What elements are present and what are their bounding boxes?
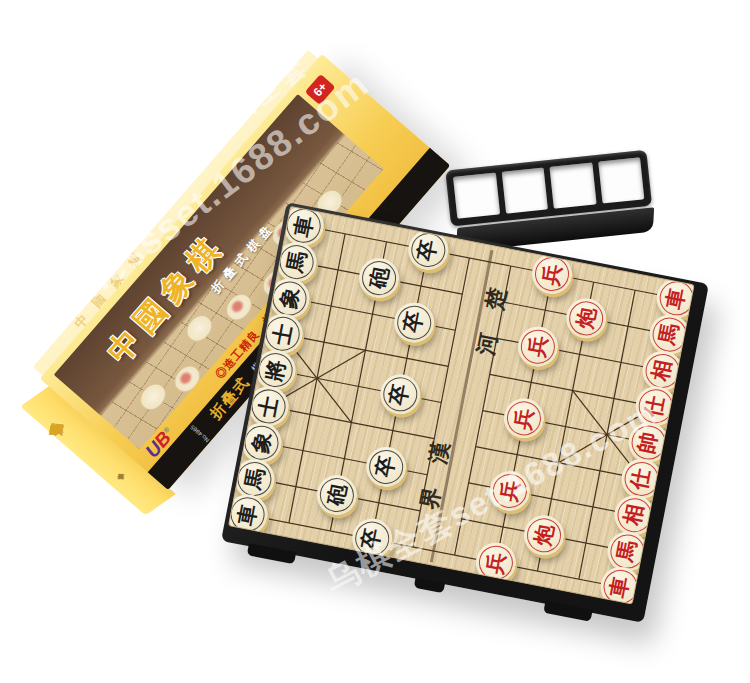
tray-slot	[549, 162, 596, 208]
piece-character: 兵	[484, 551, 509, 576]
piece-character: 車	[664, 286, 689, 311]
piece-character: 卒	[373, 454, 398, 479]
piece-character: 卒	[359, 527, 384, 552]
piece-character: 仕	[643, 394, 668, 419]
tray-slot	[501, 168, 548, 214]
piece-character: 仕	[629, 467, 654, 492]
piece-character: 馬	[242, 466, 267, 491]
xiangqi-board: 楚 河 漢 界 車馬象士將士象馬車砲砲卒卒卒卒卒兵兵兵兵兵炮炮車馬相仕帥仕相馬車	[221, 202, 709, 623]
piece-character: 馬	[284, 250, 309, 275]
piece-character: 炮	[532, 523, 557, 548]
piece-character: 兵	[526, 334, 551, 359]
age-badge: 6+	[305, 74, 336, 105]
piece-character: 象	[277, 286, 302, 311]
piece-character: 象	[249, 430, 274, 455]
box-end-subtitle: 折叠式棋盘	[113, 469, 126, 470]
box-end-title: 中國象棋	[45, 413, 67, 415]
river-char: 界	[414, 481, 448, 512]
piece-character: 相	[622, 503, 647, 528]
piece-character: 卒	[388, 382, 413, 407]
piece-character: 車	[235, 502, 260, 527]
piece-character: 帥	[636, 430, 661, 455]
tray-slot	[453, 173, 500, 219]
box-item-number: No.4865	[189, 424, 210, 443]
piece-character: 卒	[416, 238, 441, 263]
piece-character: 砲	[367, 266, 392, 291]
river-char: 漢	[423, 435, 457, 466]
piece-character: 將	[263, 358, 288, 383]
piece-character: 車	[291, 213, 316, 238]
piece-character: 砲	[325, 482, 350, 507]
piece-character: 兵	[512, 406, 537, 431]
tray-slot	[598, 157, 645, 203]
piece-character: 卒	[402, 310, 427, 335]
piece-character: 兵	[498, 479, 523, 504]
river-char: 河	[471, 326, 505, 357]
piece-character: 兵	[540, 262, 565, 287]
piece-character: 炮	[574, 306, 599, 331]
river-char: 楚	[479, 281, 513, 312]
piece-character: 馬	[657, 322, 682, 347]
piece-character: 馬	[615, 539, 640, 564]
piece-character: 相	[650, 358, 675, 383]
piece-character: 士	[270, 322, 295, 347]
piece-character: 士	[256, 394, 281, 419]
product-photo: 中國象棋 中國象棋 折叠式棋盘 中國象棋 折叠式棋盘 6+ UB® ◎造工精良，…	[0, 0, 750, 683]
piece-character: 車	[608, 575, 633, 600]
